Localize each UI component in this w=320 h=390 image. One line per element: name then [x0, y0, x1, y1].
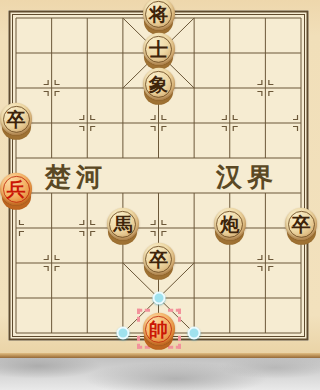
- board-cell: [141, 281, 177, 316]
- piece-black-advisor[interactable]: 士: [143, 33, 175, 71]
- board-cell: 卒: [0, 106, 34, 141]
- board-cell: 帥: [141, 316, 177, 351]
- piece-glyph: 将: [143, 0, 175, 30]
- move-hint-dot[interactable]: [116, 327, 129, 340]
- piece-black-horse[interactable]: 馬: [107, 208, 139, 246]
- board-cell: 馬: [105, 211, 141, 246]
- piece-glyph: 卒: [143, 243, 175, 275]
- piece-glyph: 帥: [143, 313, 175, 345]
- piece-glyph: 兵: [0, 173, 32, 205]
- board-surface: 楚河 汉界 将士象卒兵馬炮卒卒帥: [0, 0, 320, 358]
- piece-black-soldier[interactable]: 卒: [0, 103, 32, 141]
- move-hint-dot[interactable]: [152, 292, 165, 305]
- piece-red-soldier[interactable]: 兵: [0, 173, 32, 211]
- table-surface: [0, 358, 320, 390]
- board-cell: 炮: [212, 211, 248, 246]
- piece-black-soldier[interactable]: 卒: [143, 243, 175, 281]
- piece-glyph: 炮: [214, 208, 246, 240]
- piece-glyph: 象: [143, 68, 175, 100]
- board-cell: 士: [141, 36, 177, 71]
- piece-black-elephant[interactable]: 象: [143, 68, 175, 106]
- board-cell: 象: [141, 71, 177, 106]
- board-grid: 将士象卒兵馬炮卒卒帥: [0, 1, 319, 351]
- piece-black-general[interactable]: 将: [143, 0, 175, 36]
- board-cell: [105, 316, 141, 351]
- piece-glyph: 士: [143, 33, 175, 65]
- board-cell: 将: [141, 1, 177, 36]
- piece-glyph: 馬: [107, 208, 139, 240]
- board-cell: 兵: [0, 176, 34, 211]
- xiangqi-game-screen: 楚河 汉界 将士象卒兵馬炮卒卒帥: [0, 0, 320, 390]
- piece-black-cannon[interactable]: 炮: [214, 208, 246, 246]
- piece-glyph: 卒: [0, 103, 32, 135]
- piece-black-soldier[interactable]: 卒: [285, 208, 317, 246]
- board-cell: 卒: [283, 211, 319, 246]
- piece-red-general[interactable]: 帥: [143, 313, 175, 351]
- piece-glyph: 卒: [285, 208, 317, 240]
- board-cell: 卒: [141, 246, 177, 281]
- board-cell: [176, 316, 212, 351]
- move-hint-dot[interactable]: [188, 327, 201, 340]
